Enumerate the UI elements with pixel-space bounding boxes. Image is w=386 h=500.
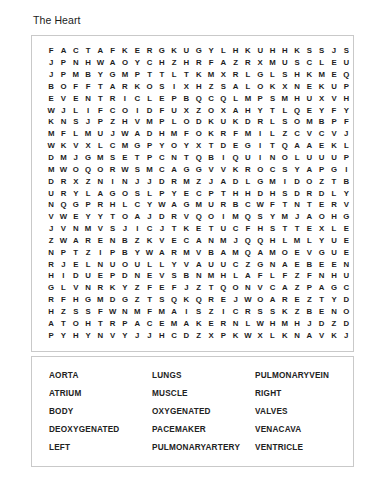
grid-cell: L xyxy=(291,152,303,164)
grid-cell: C xyxy=(143,223,155,235)
grid-cell: R xyxy=(82,235,94,247)
grid-cell: L xyxy=(229,270,241,282)
grid-cell: B xyxy=(119,246,131,258)
grid-cell: E xyxy=(340,246,352,258)
grid-cell: M xyxy=(217,235,229,247)
grid-cell: C xyxy=(229,306,241,318)
grid-cell: J xyxy=(45,223,57,235)
grid-cell: T xyxy=(180,152,192,164)
grid-cell: T xyxy=(70,246,82,258)
grid-cell: Z xyxy=(193,104,205,116)
grid-cell: K xyxy=(316,81,328,93)
grid-cell: I xyxy=(340,163,352,175)
grid-cell: S xyxy=(279,116,291,128)
grid-cell: Z xyxy=(303,294,315,306)
grid-cell: S xyxy=(254,306,266,318)
grid-cell: X xyxy=(279,81,291,93)
grid-cell: R xyxy=(242,306,254,318)
grid-cell: A xyxy=(45,317,57,329)
grid-cell: Z xyxy=(57,306,69,318)
grid-cell: S xyxy=(340,45,352,57)
word-item: PULMONARYVEIN xyxy=(255,367,349,385)
grid-cell: V xyxy=(180,211,192,223)
grid-cell: M xyxy=(279,92,291,104)
grid-cell: M xyxy=(229,246,241,258)
grid-cell: V xyxy=(205,163,217,175)
grid-cell: W xyxy=(254,199,266,211)
grid-cell: W xyxy=(119,128,131,140)
grid-cell: T xyxy=(143,294,155,306)
grid-cell: E xyxy=(328,69,340,81)
grid-cell: Q xyxy=(242,235,254,247)
grid-cell: C xyxy=(156,152,168,164)
grid-cell: I xyxy=(131,104,143,116)
grid-cell: Y xyxy=(205,45,217,57)
word-item: LUNGS xyxy=(152,367,255,385)
grid-cell: R xyxy=(106,317,118,329)
grid-cell: H xyxy=(82,57,94,69)
grid-cell: U xyxy=(131,258,143,270)
grid-cell: F xyxy=(168,282,180,294)
grid-cell: C xyxy=(266,163,278,175)
grid-cell: W xyxy=(106,306,118,318)
grid-cell: T xyxy=(156,69,168,81)
grid-cell: S xyxy=(82,306,94,318)
grid-cell: D xyxy=(143,104,155,116)
grid-cell: I xyxy=(254,128,266,140)
grid-cell: E xyxy=(340,223,352,235)
grid-cell: L xyxy=(168,69,180,81)
grid-cell: C xyxy=(131,199,143,211)
grid-cell: I xyxy=(119,92,131,104)
word-item: VALVES xyxy=(255,403,349,421)
grid-cell: K xyxy=(328,329,340,341)
grid-cell: H xyxy=(266,187,278,199)
grid-cell: V xyxy=(156,270,168,282)
grid-cell: S xyxy=(70,116,82,128)
grid-cell: A xyxy=(180,317,192,329)
grid-cell: L xyxy=(316,57,328,69)
grid-cell: F xyxy=(57,128,69,140)
grid-cell: L xyxy=(340,140,352,152)
grid-cell: Y xyxy=(119,329,131,341)
grid-cell: Z xyxy=(131,294,143,306)
grid-cell: C xyxy=(291,128,303,140)
grid-cell: N xyxy=(45,246,57,258)
grid-cell: A xyxy=(316,282,328,294)
grid-cell: M xyxy=(180,246,192,258)
grid-cell: Z xyxy=(168,57,180,69)
grid-cell: U xyxy=(340,57,352,69)
grid-cell: V xyxy=(45,211,57,223)
grid-cell: A xyxy=(279,282,291,294)
grid-cell: H xyxy=(156,128,168,140)
grid-cell: Q xyxy=(340,69,352,81)
grid-cell: C xyxy=(168,329,180,341)
grid-cell: F xyxy=(143,282,155,294)
grid-cell: M xyxy=(119,69,131,81)
grid-cell: I xyxy=(217,152,229,164)
grid-cell: Y xyxy=(254,104,266,116)
grid-cell: D xyxy=(70,270,82,282)
grid-cell: E xyxy=(156,317,168,329)
grid-cell: M xyxy=(316,69,328,81)
grid-cell: L xyxy=(242,317,254,329)
grid-cell: K xyxy=(193,69,205,81)
grid-cell: U xyxy=(106,258,118,270)
grid-cell: F xyxy=(82,81,94,93)
grid-cell: G xyxy=(242,140,254,152)
grid-cell: A xyxy=(303,329,315,341)
grid-cell: E xyxy=(303,223,315,235)
grid-cell: A xyxy=(106,57,118,69)
grid-cell: A xyxy=(303,140,315,152)
grid-cell: W xyxy=(45,140,57,152)
grid-cell: J xyxy=(143,329,155,341)
grid-cell: K xyxy=(205,116,217,128)
grid-cell: A xyxy=(156,246,168,258)
grid-cell: A xyxy=(217,246,229,258)
grid-cell: Z xyxy=(205,81,217,93)
grid-cell: D xyxy=(106,294,118,306)
grid-cell: P xyxy=(168,92,180,104)
grid-cell: E xyxy=(143,270,155,282)
grid-cell: A xyxy=(70,235,82,247)
grid-cell: A xyxy=(229,81,241,93)
grid-cell: Z xyxy=(45,235,57,247)
word-item: AORTA xyxy=(49,367,152,385)
grid-cell: H xyxy=(291,92,303,104)
grid-cell: N xyxy=(82,282,94,294)
grid-cell: Z xyxy=(106,116,118,128)
grid-cell: R xyxy=(279,294,291,306)
grid-cell: U xyxy=(217,223,229,235)
grid-cell: S xyxy=(279,187,291,199)
grid-cell: V xyxy=(57,223,69,235)
grid-cell: E xyxy=(94,235,106,247)
grid-cell: U xyxy=(82,270,94,282)
grid-cell: B xyxy=(303,306,315,318)
grid-cell: S xyxy=(156,294,168,306)
grid-cell: L xyxy=(266,128,278,140)
grid-cell: P xyxy=(340,81,352,93)
grid-cell: O xyxy=(119,258,131,270)
grid-cell: V xyxy=(316,329,328,341)
grid-cell: A xyxy=(279,258,291,270)
grid-cell: M xyxy=(180,175,192,187)
grid-cell: F xyxy=(340,116,352,128)
grid-cell: Y xyxy=(57,329,69,341)
grid-cell: P xyxy=(45,329,57,341)
grid-cell: N xyxy=(94,258,106,270)
grid-cell: O xyxy=(70,317,82,329)
grid-cell: Z xyxy=(82,175,94,187)
grid-cell: D xyxy=(45,152,57,164)
grid-cell: N xyxy=(131,270,143,282)
grid-cell: L xyxy=(303,235,315,247)
grid-cell: K xyxy=(279,329,291,341)
grid-cell: T xyxy=(106,211,118,223)
grid-cell: N xyxy=(193,270,205,282)
grid-cell: K xyxy=(242,45,254,57)
grid-cell: W xyxy=(57,211,69,223)
grid-cell: N xyxy=(291,329,303,341)
grid-cell: T xyxy=(279,199,291,211)
grid-cell: W xyxy=(242,294,254,306)
grid-cell: W xyxy=(254,317,266,329)
grid-cell: W xyxy=(94,57,106,69)
grid-cell: S xyxy=(279,69,291,81)
grid-cell: R xyxy=(254,116,266,128)
grid-cell: G xyxy=(70,199,82,211)
grid-cell: P xyxy=(156,116,168,128)
grid-cell: H xyxy=(328,211,340,223)
grid-cell: H xyxy=(266,235,278,247)
grid-cell: S xyxy=(254,211,266,223)
grid-cell: G xyxy=(131,140,143,152)
grid-cell: O xyxy=(205,104,217,116)
grid-cell: G xyxy=(180,163,192,175)
grid-cell: E xyxy=(94,270,106,282)
grid-cell: L xyxy=(82,258,94,270)
grid-cell: D xyxy=(119,270,131,282)
grid-cell: Y xyxy=(82,329,94,341)
grid-cell: Y xyxy=(156,140,168,152)
grid-cell: O xyxy=(193,128,205,140)
word-item: BODY xyxy=(49,403,152,421)
grid-cell: Y xyxy=(168,187,180,199)
grid-cell: F xyxy=(229,128,241,140)
grid-cell: U xyxy=(303,152,315,164)
grid-cell: H xyxy=(291,317,303,329)
grid-cell: X xyxy=(254,57,266,69)
grid-cell: Z xyxy=(131,235,143,247)
grid-cell: L xyxy=(242,81,254,93)
grid-cell: H xyxy=(180,57,192,69)
grid-cell: Q xyxy=(254,235,266,247)
grid-cell: H xyxy=(193,81,205,93)
letter-grid-box: FACTAFKERGKUGYLHKUHHKSSJSJPNHWAOYCHZHRFA… xyxy=(31,35,354,352)
grid-cell: J xyxy=(119,223,131,235)
grid-cell: G xyxy=(254,175,266,187)
grid-cell: M xyxy=(119,140,131,152)
word-item: LEFT xyxy=(49,439,152,457)
grid-cell: X xyxy=(193,140,205,152)
grid-cell: F xyxy=(180,128,192,140)
grid-cell: H xyxy=(266,45,278,57)
grid-cell: A xyxy=(94,45,106,57)
grid-cell: G xyxy=(340,211,352,223)
grid-cell: P xyxy=(94,116,106,128)
grid-cell: A xyxy=(131,317,143,329)
grid-cell: J xyxy=(143,211,155,223)
grid-cell: H xyxy=(217,270,229,282)
grid-cell: P xyxy=(143,140,155,152)
grid-cell: J xyxy=(340,128,352,140)
grid-cell: U xyxy=(328,235,340,247)
grid-cell: M xyxy=(266,57,278,69)
grid-cell: T xyxy=(131,152,143,164)
grid-cell: K xyxy=(119,45,131,57)
grid-cell: O xyxy=(205,211,217,223)
grid-cell: P xyxy=(340,152,352,164)
grid-cell: Q xyxy=(168,294,180,306)
grid-cell: J xyxy=(180,282,192,294)
grid-cell: R xyxy=(217,128,229,140)
grid-cell: S xyxy=(168,270,180,282)
grid-cell: D xyxy=(229,175,241,187)
grid-cell: L xyxy=(266,69,278,81)
grid-cell: C xyxy=(143,317,155,329)
grid-cell: T xyxy=(168,223,180,235)
grid-cell: N xyxy=(82,92,94,104)
grid-cell: Y xyxy=(328,294,340,306)
grid-cell: E xyxy=(193,223,205,235)
grid-cell: G xyxy=(328,282,340,294)
grid-cell: V xyxy=(70,282,82,294)
grid-cell: C xyxy=(193,187,205,199)
grid-cell: M xyxy=(94,152,106,164)
grid-cell: N xyxy=(70,223,82,235)
grid-cell: A xyxy=(168,163,180,175)
grid-cell: P xyxy=(106,270,118,282)
grid-cell: N xyxy=(229,317,241,329)
grid-cell: S xyxy=(291,57,303,69)
grid-cell: Z xyxy=(328,317,340,329)
grid-cell: K xyxy=(229,116,241,128)
grid-cell: G xyxy=(82,294,94,306)
word-item: VENTRICLE xyxy=(255,439,349,457)
grid-cell: J xyxy=(131,175,143,187)
grid-cell: U xyxy=(328,152,340,164)
grid-cell: L xyxy=(143,258,155,270)
grid-cell: H xyxy=(229,45,241,57)
grid-cell: J xyxy=(131,329,143,341)
grid-cell: H xyxy=(242,187,254,199)
grid-cell: F xyxy=(94,104,106,116)
grid-cell: L xyxy=(94,140,106,152)
grid-cell: J xyxy=(57,258,69,270)
word-item: ATRIUM xyxy=(49,385,152,403)
grid-cell: R xyxy=(217,199,229,211)
grid-cell: F xyxy=(328,104,340,116)
grid-cell: B xyxy=(180,270,192,282)
grid-cell: Z xyxy=(193,282,205,294)
grid-cell: M xyxy=(193,199,205,211)
grid-cell: Q xyxy=(193,294,205,306)
grid-cell: C xyxy=(229,223,241,235)
grid-cell: D xyxy=(340,317,352,329)
grid-cell: A xyxy=(193,235,205,247)
grid-cell: Y xyxy=(119,282,131,294)
grid-cell: Z xyxy=(242,258,254,270)
grid-cell: B xyxy=(205,152,217,164)
grid-cell: Q xyxy=(291,104,303,116)
grid-cell: C xyxy=(106,140,118,152)
grid-cell: G xyxy=(316,246,328,258)
grid-cell: M xyxy=(82,223,94,235)
grid-cell: L xyxy=(266,329,278,341)
grid-cell: Q xyxy=(229,152,241,164)
grid-cell: O xyxy=(279,152,291,164)
grid-cell: Y xyxy=(316,104,328,116)
grid-cell: G xyxy=(193,163,205,175)
grid-cell: E xyxy=(328,258,340,270)
grid-cell: N xyxy=(340,258,352,270)
grid-cell: L xyxy=(70,128,82,140)
grid-cell: D xyxy=(193,116,205,128)
grid-cell: R xyxy=(57,175,69,187)
grid-cell: Y xyxy=(266,211,278,223)
grid-cell: D xyxy=(316,187,328,199)
grid-cell: N xyxy=(168,152,180,164)
grid-cell: G xyxy=(106,69,118,81)
grid-cell: M xyxy=(279,211,291,223)
grid-cell: H xyxy=(70,294,82,306)
grid-cell: Z xyxy=(291,270,303,282)
grid-cell: D xyxy=(45,175,57,187)
grid-cell: Z xyxy=(205,306,217,318)
grid-cell: Q xyxy=(57,199,69,211)
grid-cell: S xyxy=(266,306,278,318)
grid-cell: M xyxy=(242,92,254,104)
grid-cell: S xyxy=(156,81,168,93)
grid-cell: S xyxy=(303,45,315,57)
word-list-box: AORTAATRIUMBODYDEOXYGENATEDLEFTLUNGSMUSC… xyxy=(31,356,354,467)
grid-cell: N xyxy=(94,329,106,341)
grid-cell: N xyxy=(205,235,217,247)
grid-cell: V xyxy=(70,140,82,152)
grid-cell: L xyxy=(242,69,254,81)
grid-cell: Z xyxy=(193,329,205,341)
grid-cell: L xyxy=(328,223,340,235)
grid-cell: Q xyxy=(242,211,254,223)
grid-cell: X xyxy=(217,69,229,81)
grid-cell: H xyxy=(119,116,131,128)
grid-cell: K xyxy=(229,329,241,341)
grid-cell: U xyxy=(242,152,254,164)
grid-cell: Q xyxy=(217,282,229,294)
grid-cell: U xyxy=(340,270,352,282)
grid-cell: J xyxy=(70,152,82,164)
grid-cell: V xyxy=(94,223,106,235)
grid-cell: M xyxy=(143,163,155,175)
grid-cell: C xyxy=(242,199,254,211)
grid-cell: E xyxy=(70,211,82,223)
grid-cell: T xyxy=(205,223,217,235)
grid-cell: M xyxy=(168,128,180,140)
word-item: VENACAVA xyxy=(255,421,349,439)
puzzle-title: The Heart xyxy=(33,14,81,26)
grid-cell: Z xyxy=(316,175,328,187)
grid-cell: P xyxy=(156,187,168,199)
grid-cell: U xyxy=(94,128,106,140)
grid-cell: J xyxy=(45,69,57,81)
grid-cell: R xyxy=(94,199,106,211)
grid-cell: G xyxy=(254,258,266,270)
grid-cell: E xyxy=(45,92,57,104)
grid-cell: K xyxy=(57,140,69,152)
grid-cell: L xyxy=(168,116,180,128)
grid-cell: D xyxy=(156,175,168,187)
grid-cell: Y xyxy=(70,187,82,199)
grid-cell: O xyxy=(119,104,131,116)
grid-cell: X xyxy=(217,104,229,116)
grid-cell: P xyxy=(328,116,340,128)
grid-cell: T xyxy=(205,140,217,152)
grid-cell: O xyxy=(119,187,131,199)
grid-cell: R xyxy=(205,294,217,306)
